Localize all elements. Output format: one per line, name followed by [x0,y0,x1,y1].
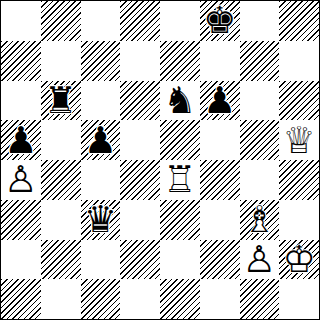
piece-white-queen-fill: ♛ [279,120,319,160]
piece-white-pawn-fill: ♟ [240,240,280,280]
square-a7[interactable] [1,41,41,81]
piece-white-rook: ♖ [160,160,200,200]
square-e1[interactable] [160,279,200,319]
square-b8[interactable] [41,1,81,41]
square-g4[interactable] [240,160,280,200]
square-b5[interactable] [41,120,81,160]
square-h8[interactable] [279,1,319,41]
square-h2[interactable]: ♚♔ [279,240,319,280]
square-f5[interactable] [200,120,240,160]
piece-white-queen: ♕ [279,120,319,160]
square-e5[interactable] [160,120,200,160]
piece-black-pawn: ♟ [200,81,240,121]
square-g6[interactable] [240,81,280,121]
square-c3[interactable]: ♛ [81,200,121,240]
piece-black-knight: ♞ [160,81,200,121]
piece-white-pawn: ♙ [1,160,41,200]
square-g7[interactable] [240,41,280,81]
square-d3[interactable] [120,200,160,240]
square-b2[interactable] [41,240,81,280]
square-a5[interactable]: ♟ [1,120,41,160]
square-h6[interactable] [279,81,319,121]
square-e7[interactable] [160,41,200,81]
square-d5[interactable] [120,120,160,160]
square-f1[interactable] [200,279,240,319]
piece-black-queen: ♛ [81,200,121,240]
piece-white-king-fill: ♚ [279,240,319,280]
square-c4[interactable] [81,160,121,200]
square-a1[interactable] [1,279,41,319]
square-h3[interactable] [279,200,319,240]
square-g2[interactable]: ♟♙ [240,240,280,280]
square-b1[interactable] [41,279,81,319]
square-c2[interactable] [81,240,121,280]
square-h5[interactable]: ♛♕ [279,120,319,160]
square-c7[interactable] [81,41,121,81]
square-g5[interactable] [240,120,280,160]
square-c5[interactable]: ♟ [81,120,121,160]
square-c6[interactable] [81,81,121,121]
square-a2[interactable] [1,240,41,280]
square-f4[interactable] [200,160,240,200]
square-a3[interactable] [1,200,41,240]
square-e4[interactable]: ♜♖ [160,160,200,200]
square-b7[interactable] [41,41,81,81]
piece-white-king: ♔ [279,240,319,280]
chess-board: ♚♜♞♟♟♟♛♕♟♙♜♖♛♝♗♟♙♚♔ [0,0,320,320]
piece-white-pawn-fill: ♟ [1,160,41,200]
square-b3[interactable] [41,200,81,240]
square-d2[interactable] [120,240,160,280]
square-h7[interactable] [279,41,319,81]
piece-white-pawn: ♙ [240,240,280,280]
square-f2[interactable] [200,240,240,280]
square-c8[interactable] [81,1,121,41]
square-e6[interactable]: ♞ [160,81,200,121]
square-e2[interactable] [160,240,200,280]
square-h1[interactable] [279,279,319,319]
square-f8[interactable]: ♚ [200,1,240,41]
piece-white-bishop-fill: ♝ [240,200,280,240]
piece-black-rook: ♜ [41,81,81,121]
square-d1[interactable] [120,279,160,319]
square-d6[interactable] [120,81,160,121]
square-d4[interactable] [120,160,160,200]
square-a4[interactable]: ♟♙ [1,160,41,200]
square-b4[interactable] [41,160,81,200]
square-e8[interactable] [160,1,200,41]
square-e3[interactable] [160,200,200,240]
chess-diagram: ♚♜♞♟♟♟♛♕♟♙♜♖♛♝♗♟♙♚♔ [0,0,320,320]
square-g3[interactable]: ♝♗ [240,200,280,240]
square-h4[interactable] [279,160,319,200]
square-f3[interactable] [200,200,240,240]
square-g8[interactable] [240,1,280,41]
piece-black-pawn: ♟ [1,120,41,160]
square-c1[interactable] [81,279,121,319]
square-a8[interactable] [1,1,41,41]
square-f7[interactable] [200,41,240,81]
piece-black-pawn: ♟ [81,120,121,160]
square-d7[interactable] [120,41,160,81]
square-f6[interactable]: ♟ [200,81,240,121]
piece-white-bishop: ♗ [240,200,280,240]
square-b6[interactable]: ♜ [41,81,81,121]
piece-black-king: ♚ [200,1,240,41]
square-g1[interactable] [240,279,280,319]
square-a6[interactable] [1,81,41,121]
piece-white-rook-fill: ♜ [160,160,200,200]
square-d8[interactable] [120,1,160,41]
